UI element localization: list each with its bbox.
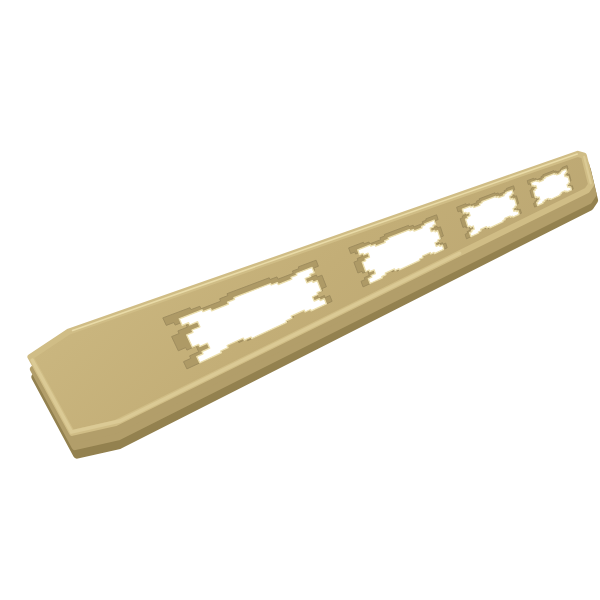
frame-illustration — [0, 0, 600, 600]
product-photo — [0, 0, 600, 600]
gold-frame — [30, 154, 594, 455]
